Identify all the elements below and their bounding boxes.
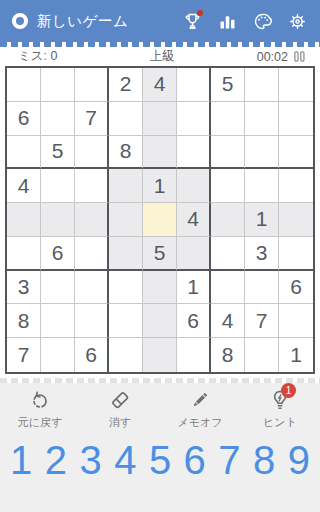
cell-r5c7[interactable] bbox=[211, 203, 245, 237]
cell-r9c1[interactable]: 7 bbox=[7, 338, 41, 372]
cell-r3c3[interactable] bbox=[75, 136, 109, 170]
cell-r8c6[interactable]: 6 bbox=[177, 304, 211, 338]
cell-r5c8[interactable]: 1 bbox=[245, 203, 279, 237]
cell-r4c9[interactable] bbox=[279, 169, 313, 203]
cell-r6c9[interactable] bbox=[279, 237, 313, 271]
cell-r1c5[interactable]: 4 bbox=[143, 68, 177, 102]
cell-r5c9[interactable] bbox=[279, 203, 313, 237]
cell-r9c4[interactable] bbox=[109, 338, 143, 372]
numpad-2[interactable]: 2 bbox=[45, 440, 67, 480]
footer-panel: 元に戻す 消す メモオ bbox=[0, 378, 320, 512]
cell-r2c8[interactable] bbox=[245, 102, 279, 136]
cell-r8c4[interactable] bbox=[109, 304, 143, 338]
cell-r2c9[interactable] bbox=[279, 102, 313, 136]
cell-r1c1[interactable] bbox=[7, 68, 41, 102]
header-icons bbox=[181, 10, 308, 32]
theme-button[interactable] bbox=[251, 10, 273, 32]
cell-r9c6[interactable] bbox=[177, 338, 211, 372]
hint-badge: 1 bbox=[281, 383, 296, 398]
cell-r8c2[interactable] bbox=[41, 304, 75, 338]
cell-r7c2[interactable] bbox=[41, 271, 75, 305]
cell-r7c1[interactable]: 3 bbox=[7, 271, 41, 305]
cell-r1c9[interactable] bbox=[279, 68, 313, 102]
cell-r2c3[interactable]: 7 bbox=[75, 102, 109, 136]
cell-r7c3[interactable] bbox=[75, 271, 109, 305]
memo-toggle-button[interactable]: メモオフ bbox=[160, 388, 240, 430]
cell-r7c6[interactable]: 1 bbox=[177, 271, 211, 305]
cell-r4c4[interactable] bbox=[109, 169, 143, 203]
numpad-3[interactable]: 3 bbox=[79, 440, 101, 480]
settings-button[interactable] bbox=[286, 10, 308, 32]
toolbar: 元に戻す 消す メモオ bbox=[0, 388, 320, 430]
cell-r4c8[interactable] bbox=[245, 169, 279, 203]
cell-r9c5[interactable] bbox=[143, 338, 177, 372]
numpad-6[interactable]: 6 bbox=[184, 440, 206, 480]
cell-r8c9[interactable] bbox=[279, 304, 313, 338]
cell-r6c3[interactable] bbox=[75, 237, 109, 271]
cell-r3c7[interactable] bbox=[211, 136, 245, 170]
cell-r4c6[interactable] bbox=[177, 169, 211, 203]
cell-r4c3[interactable] bbox=[75, 169, 109, 203]
cell-r3c1[interactable] bbox=[7, 136, 41, 170]
cell-r4c7[interactable] bbox=[211, 169, 245, 203]
header-bar: 新しいゲーム bbox=[0, 0, 320, 42]
numpad: 123456789 bbox=[0, 440, 320, 480]
pencil-icon bbox=[188, 388, 212, 412]
cell-r4c1[interactable]: 4 bbox=[7, 169, 41, 203]
cell-r5c5[interactable] bbox=[143, 203, 177, 237]
status-row: ミス: 0 上級 00:02 bbox=[0, 47, 320, 66]
eraser-icon bbox=[108, 388, 132, 412]
cell-r1c7[interactable]: 5 bbox=[211, 68, 245, 102]
numpad-4[interactable]: 4 bbox=[114, 440, 136, 480]
cell-r9c3[interactable]: 6 bbox=[75, 338, 109, 372]
cell-r3c5[interactable] bbox=[143, 136, 177, 170]
bar-chart-icon bbox=[217, 11, 238, 32]
cell-r6c7[interactable] bbox=[211, 237, 245, 271]
cell-r1c4[interactable]: 2 bbox=[109, 68, 143, 102]
cell-r8c7[interactable]: 4 bbox=[211, 304, 245, 338]
cell-r3c8[interactable] bbox=[245, 136, 279, 170]
cell-r3c4[interactable]: 8 bbox=[109, 136, 143, 170]
cell-r7c5[interactable] bbox=[143, 271, 177, 305]
cell-r8c8[interactable]: 7 bbox=[245, 304, 279, 338]
cell-r2c4[interactable] bbox=[109, 102, 143, 136]
cell-r1c8[interactable] bbox=[245, 68, 279, 102]
sudoku-app: 新しいゲーム bbox=[0, 0, 320, 512]
cell-r2c6[interactable] bbox=[177, 102, 211, 136]
cell-r9c2[interactable] bbox=[41, 338, 75, 372]
cell-r6c2[interactable]: 6 bbox=[41, 237, 75, 271]
numpad-8[interactable]: 8 bbox=[253, 440, 275, 480]
cell-r6c8[interactable]: 3 bbox=[245, 237, 279, 271]
cell-r5c4[interactable] bbox=[109, 203, 143, 237]
board: 2456758414165331686477681 bbox=[5, 66, 315, 374]
pause-button[interactable] bbox=[293, 50, 306, 63]
cell-r1c2[interactable] bbox=[41, 68, 75, 102]
difficulty-label: 上級 bbox=[114, 48, 210, 65]
cell-r3c9[interactable] bbox=[279, 136, 313, 170]
cell-r3c6[interactable] bbox=[177, 136, 211, 170]
cell-r7c8[interactable] bbox=[245, 271, 279, 305]
cell-r8c3[interactable] bbox=[75, 304, 109, 338]
cell-r7c4[interactable] bbox=[109, 271, 143, 305]
cell-r5c2[interactable] bbox=[41, 203, 75, 237]
cell-r6c6[interactable] bbox=[177, 237, 211, 271]
trophy-notification-dot bbox=[197, 10, 203, 16]
new-game-title[interactable]: 新しいゲーム bbox=[37, 12, 181, 31]
cell-r3c2[interactable]: 5 bbox=[41, 136, 75, 170]
cell-r9c8[interactable] bbox=[245, 338, 279, 372]
cell-r2c5[interactable] bbox=[143, 102, 177, 136]
numpad-5[interactable]: 5 bbox=[149, 440, 171, 480]
mistakes-counter: ミス: 0 bbox=[14, 48, 114, 65]
cell-r1c6[interactable] bbox=[177, 68, 211, 102]
cell-r4c2[interactable] bbox=[41, 169, 75, 203]
undo-icon bbox=[28, 388, 52, 412]
cell-r6c4[interactable] bbox=[109, 237, 143, 271]
erase-button[interactable]: 消す bbox=[80, 388, 160, 430]
numpad-7[interactable]: 7 bbox=[218, 440, 240, 480]
footer-perforated-edge bbox=[0, 378, 320, 383]
cell-r8c1[interactable]: 8 bbox=[7, 304, 41, 338]
timer: 00:02 bbox=[257, 50, 288, 64]
cell-r5c6[interactable]: 4 bbox=[177, 203, 211, 237]
hint-label: ヒント bbox=[263, 415, 297, 430]
cell-r6c1[interactable] bbox=[7, 237, 41, 271]
trophy-button[interactable] bbox=[181, 10, 203, 32]
cell-r8c5[interactable] bbox=[143, 304, 177, 338]
cell-r9c7[interactable]: 8 bbox=[211, 338, 245, 372]
cell-r4c5[interactable]: 1 bbox=[143, 169, 177, 203]
cell-r9c9[interactable]: 1 bbox=[279, 338, 313, 372]
undo-button[interactable]: 元に戻す bbox=[0, 388, 80, 430]
cell-r6c5[interactable]: 5 bbox=[143, 237, 177, 271]
cell-r7c7[interactable] bbox=[211, 271, 245, 305]
cell-r1c3[interactable] bbox=[75, 68, 109, 102]
numpad-9[interactable]: 9 bbox=[288, 440, 310, 480]
undo-label: 元に戻す bbox=[18, 415, 63, 430]
palette-icon bbox=[252, 11, 273, 32]
numpad-1[interactable]: 1 bbox=[10, 440, 32, 480]
hint-button[interactable]: 1 ヒント bbox=[240, 388, 320, 430]
cell-r2c1[interactable]: 6 bbox=[7, 102, 41, 136]
cell-r5c1[interactable] bbox=[7, 203, 41, 237]
stats-button[interactable] bbox=[216, 10, 238, 32]
cell-r2c7[interactable] bbox=[211, 102, 245, 136]
cell-r7c9[interactable]: 6 bbox=[279, 271, 313, 305]
cell-r5c3[interactable] bbox=[75, 203, 109, 237]
record-icon bbox=[12, 13, 28, 29]
erase-label: 消す bbox=[109, 415, 131, 430]
cell-r2c2[interactable] bbox=[41, 102, 75, 136]
memo-label: メモオフ bbox=[177, 415, 222, 430]
gear-icon bbox=[287, 11, 308, 32]
